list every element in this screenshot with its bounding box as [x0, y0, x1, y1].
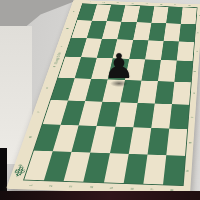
black-pawn-icon: ♟ — [103, 49, 135, 83]
coordinate-label: h — [187, 170, 191, 172]
square-e8 — [172, 81, 191, 104]
photo-scene: 12345678 12345678 abcdefgh abcdefgh ille… — [0, 0, 200, 200]
coordinate-label: 5 — [111, 187, 115, 189]
square-c8 — [177, 42, 194, 62]
square-h8 — [163, 155, 185, 185]
square-g8 — [166, 128, 187, 155]
coordinate-label: 2 — [50, 185, 54, 187]
coordinate-label: 8 — [189, 5, 192, 6]
coordinate-label: g — [189, 142, 192, 144]
coordinate-label: 2 — [103, 2, 106, 3]
coordinate-label: 6 — [160, 4, 163, 5]
coordinate-label: g — [29, 136, 33, 138]
square-f8 — [169, 104, 189, 129]
square-d8 — [174, 61, 192, 82]
chessboard-mat: 12345678 12345678 abcdefgh abcdefgh ille… — [6, 0, 200, 195]
coordinate-label: h — [19, 164, 23, 166]
coordinate-label: 3 — [117, 2, 120, 3]
coordinate-label: f — [38, 111, 41, 112]
coordinate-label: f — [191, 116, 194, 117]
coordinate-label: 7 — [175, 4, 178, 5]
coordinate-label: d — [53, 66, 56, 67]
coordinate-label: a — [73, 11, 76, 12]
coordinate-label: 1 — [89, 1, 92, 2]
coordinate-label: b — [67, 28, 70, 29]
square-b8 — [179, 24, 196, 42]
coordinate-label: c — [196, 51, 199, 52]
coordinate-label: 4 — [132, 3, 135, 4]
coordinate-label: 3 — [70, 186, 74, 188]
coordinate-label: c — [60, 46, 63, 47]
chessboard-field — [23, 3, 198, 186]
coordinate-label: 1 — [30, 184, 34, 186]
coordinate-label: e — [193, 92, 196, 94]
background-bottom-strip — [0, 191, 200, 200]
coordinate-label: 6 — [131, 188, 135, 190]
coordinate-label: b — [197, 32, 200, 33]
coordinate-label: a — [198, 15, 200, 16]
coordinate-label: d — [194, 71, 197, 72]
coordinate-label: 4 — [90, 186, 94, 188]
coordinate-label: 5 — [146, 3, 149, 4]
square-a8 — [181, 7, 197, 24]
coordinate-label: e — [46, 87, 50, 89]
